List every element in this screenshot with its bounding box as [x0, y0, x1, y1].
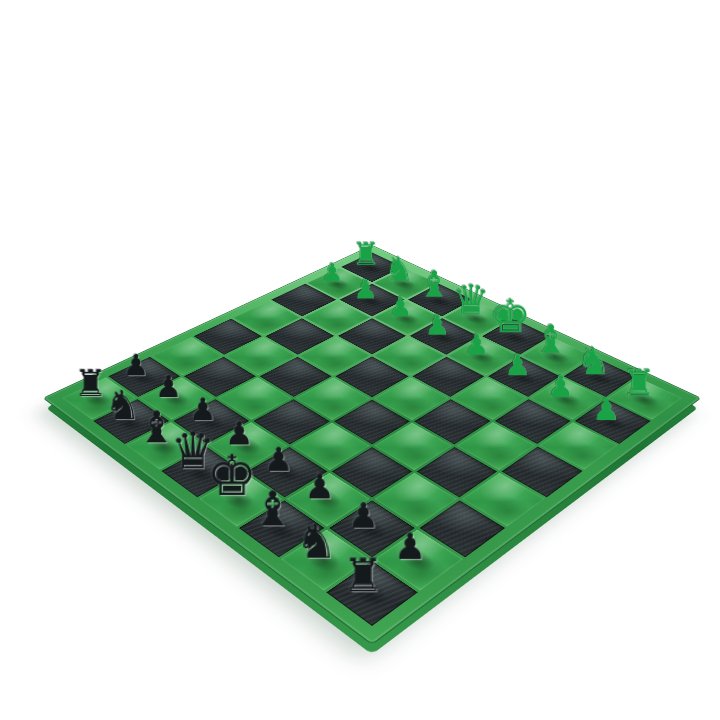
- piece-shadow: [541, 386, 589, 413]
- piece-shadow: [343, 511, 398, 548]
- square-a7[interactable]: ♟: [109, 357, 181, 397]
- piece-shadow: [385, 307, 428, 329]
- piece-shadow: [418, 290, 460, 311]
- piece-shadow: [75, 386, 120, 413]
- piece-shadow: [186, 408, 234, 437]
- square-h5[interactable]: [462, 473, 545, 527]
- piece-shadow: [175, 456, 225, 488]
- square-f1[interactable]: ♝: [522, 337, 592, 375]
- piece-shadow: [260, 456, 311, 488]
- piece-shadow: [384, 274, 425, 294]
- piece-shadow: [421, 325, 465, 348]
- piece-shadow: [619, 386, 668, 413]
- piece-shadow: [153, 386, 199, 413]
- piece-shadow: [455, 307, 498, 329]
- square-e5[interactable]: [334, 399, 410, 444]
- piece-shadow: [389, 541, 446, 580]
- piece-shadow: [351, 258, 391, 277]
- piece-shadow: [295, 541, 351, 580]
- piece-shadow: [493, 325, 537, 348]
- piece-shadow: [350, 290, 391, 311]
- piece-shadow: [253, 511, 307, 548]
- piece-shadow: [341, 573, 400, 615]
- piece-shadow: [459, 344, 504, 368]
- square-e8[interactable]: ♚: [199, 473, 282, 527]
- chess-board: ♜♞♝♛♚♝♞♜♟♟♟♟♟♟♟♟♟♟♟♟♟♟♟♟♜♞♝♛♚♝♞♜: [44, 245, 700, 643]
- product-photo-scene: ♜♞♝♛♚♝♞♜♟♟♟♟♟♟♟♟♟♟♟♟♟♟♟♟♜♞♝♛♚♝♞♜: [0, 0, 720, 720]
- piece-shadow: [213, 483, 265, 517]
- square-g2[interactable]: ♟: [530, 377, 604, 419]
- piece-shadow: [317, 274, 357, 294]
- piece-shadow: [499, 364, 546, 390]
- square-h1[interactable]: ♜: [608, 377, 682, 419]
- piece-shadow: [121, 364, 166, 390]
- piece-shadow: [106, 408, 153, 437]
- piece-shadow: [222, 431, 271, 461]
- piece-shadow: [533, 344, 579, 368]
- piece-shadow: [586, 408, 636, 437]
- piece-shadow: [140, 431, 189, 461]
- piece-shadow: [300, 483, 353, 517]
